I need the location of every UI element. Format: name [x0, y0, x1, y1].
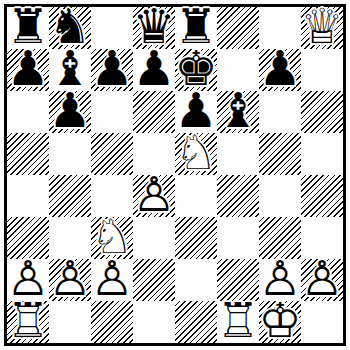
piece-black-pawn-c7[interactable]: ♟♟: [91, 49, 133, 91]
white-pawn-icon: ♙: [133, 173, 175, 215]
square-c5[interactable]: [91, 133, 133, 175]
piece-white-rook-f1[interactable]: ♜♖: [217, 301, 259, 343]
square-e1[interactable]: [175, 301, 217, 343]
square-b1[interactable]: [49, 301, 91, 343]
chess-diagram-frame: ♜♜♞♞♛♛♜♜♛♕♟♟♝♝♟♟♟♟♚♚♟♟♟♟♟♟♝♝♞♘♟♙♞♘♟♙♟♙♟♙…: [4, 4, 346, 346]
white-pawn-icon: ♙: [301, 257, 343, 299]
piece-white-king-g1[interactable]: ♚♔: [259, 301, 301, 343]
piece-white-pawn-c2[interactable]: ♟♙: [91, 259, 133, 301]
square-d6[interactable]: [133, 91, 175, 133]
square-h4[interactable]: [301, 175, 343, 217]
piece-white-pawn-d4[interactable]: ♟♙: [133, 175, 175, 217]
square-f3[interactable]: [217, 217, 259, 259]
square-f8[interactable]: [217, 7, 259, 49]
white-king-icon: ♔: [259, 299, 301, 341]
black-bishop-icon: ♝: [217, 89, 259, 131]
square-f4[interactable]: [217, 175, 259, 217]
square-b5[interactable]: [49, 133, 91, 175]
square-h6[interactable]: [301, 91, 343, 133]
square-g4[interactable]: [259, 175, 301, 217]
piece-black-pawn-g7[interactable]: ♟♟: [259, 49, 301, 91]
piece-black-pawn-a7[interactable]: ♟♟: [7, 49, 49, 91]
square-d4[interactable]: ♟♙: [133, 175, 175, 217]
square-d1[interactable]: [133, 301, 175, 343]
square-a6[interactable]: [7, 91, 49, 133]
square-h7[interactable]: [301, 49, 343, 91]
square-a7[interactable]: ♟♟: [7, 49, 49, 91]
square-h8[interactable]: ♛♕: [301, 7, 343, 49]
white-knight-icon: ♘: [175, 131, 217, 173]
black-pawn-icon: ♟: [133, 47, 175, 89]
square-a4[interactable]: [7, 175, 49, 217]
black-pawn-icon: ♟: [91, 47, 133, 89]
square-c1[interactable]: [91, 301, 133, 343]
piece-white-rook-a1[interactable]: ♜♖: [7, 301, 49, 343]
square-e4[interactable]: [175, 175, 217, 217]
square-g7[interactable]: ♟♟: [259, 49, 301, 91]
square-c7[interactable]: ♟♟: [91, 49, 133, 91]
square-d7[interactable]: ♟♟: [133, 49, 175, 91]
square-h1[interactable]: [301, 301, 343, 343]
square-f5[interactable]: [217, 133, 259, 175]
square-e2[interactable]: [175, 259, 217, 301]
square-b4[interactable]: [49, 175, 91, 217]
square-f6[interactable]: ♝♝: [217, 91, 259, 133]
square-d2[interactable]: [133, 259, 175, 301]
square-e5[interactable]: ♞♘: [175, 133, 217, 175]
black-pawn-icon: ♟: [7, 47, 49, 89]
square-f1[interactable]: ♜♖: [217, 301, 259, 343]
piece-white-queen-h8[interactable]: ♛♕: [301, 7, 343, 49]
chess-board: ♜♜♞♞♛♛♜♜♛♕♟♟♝♝♟♟♟♟♚♚♟♟♟♟♟♟♝♝♞♘♟♙♞♘♟♙♟♙♟♙…: [7, 7, 343, 343]
piece-white-knight-e5[interactable]: ♞♘: [175, 133, 217, 175]
piece-black-pawn-b6[interactable]: ♟♟: [49, 91, 91, 133]
square-h2[interactable]: ♟♙: [301, 259, 343, 301]
square-b6[interactable]: ♟♟: [49, 91, 91, 133]
white-rook-icon: ♖: [7, 299, 49, 341]
piece-black-bishop-f6[interactable]: ♝♝: [217, 91, 259, 133]
piece-black-pawn-d7[interactable]: ♟♟: [133, 49, 175, 91]
piece-white-pawn-b2[interactable]: ♟♙: [49, 259, 91, 301]
square-c2[interactable]: ♟♙: [91, 259, 133, 301]
square-a5[interactable]: [7, 133, 49, 175]
square-c6[interactable]: [91, 91, 133, 133]
square-b2[interactable]: ♟♙: [49, 259, 91, 301]
square-h5[interactable]: [301, 133, 343, 175]
square-g6[interactable]: [259, 91, 301, 133]
white-pawn-icon: ♙: [91, 257, 133, 299]
white-pawn-icon: ♙: [49, 257, 91, 299]
square-g1[interactable]: ♚♔: [259, 301, 301, 343]
white-rook-icon: ♖: [217, 299, 259, 341]
black-pawn-icon: ♟: [259, 47, 301, 89]
square-d3[interactable]: [133, 217, 175, 259]
piece-white-pawn-h2[interactable]: ♟♙: [301, 259, 343, 301]
square-e3[interactable]: [175, 217, 217, 259]
black-pawn-icon: ♟: [49, 89, 91, 131]
square-a1[interactable]: ♜♖: [7, 301, 49, 343]
white-queen-icon: ♕: [301, 5, 343, 47]
square-g5[interactable]: [259, 133, 301, 175]
